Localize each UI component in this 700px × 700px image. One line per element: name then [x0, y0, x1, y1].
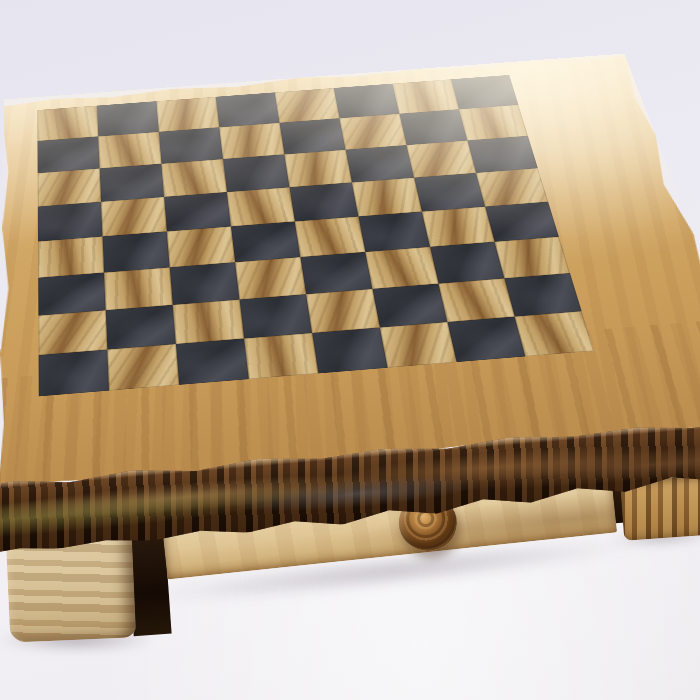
square-h3[interactable] [495, 237, 570, 279]
square-c1[interactable] [176, 338, 249, 384]
square-c5[interactable] [164, 192, 231, 231]
square-c8[interactable] [156, 97, 219, 132]
square-f8[interactable] [334, 84, 400, 119]
square-f7[interactable] [340, 114, 407, 150]
square-g5[interactable] [414, 173, 485, 212]
square-g8[interactable] [392, 79, 459, 114]
square-c3[interactable] [170, 262, 240, 305]
square-f4[interactable] [358, 212, 430, 252]
square-a2[interactable] [38, 310, 107, 355]
square-a3[interactable] [38, 273, 105, 316]
square-b8[interactable] [97, 101, 159, 136]
square-d3[interactable] [235, 257, 306, 299]
square-a6[interactable] [38, 168, 101, 206]
square-h2[interactable] [504, 273, 581, 316]
square-a5[interactable] [38, 202, 103, 242]
square-e6[interactable] [284, 150, 351, 188]
square-b2[interactable] [106, 305, 176, 350]
square-e2[interactable] [306, 289, 380, 333]
square-h1[interactable] [515, 311, 594, 356]
square-d5[interactable] [227, 187, 295, 226]
square-g3[interactable] [430, 242, 504, 284]
square-b6[interactable] [100, 164, 164, 202]
square-f5[interactable] [352, 178, 422, 217]
square-h6[interactable] [467, 136, 537, 173]
square-g1[interactable] [447, 317, 525, 363]
square-a7[interactable] [37, 136, 99, 173]
square-d6[interactable] [223, 154, 289, 192]
square-g4[interactable] [422, 207, 495, 247]
square-a1[interactable] [39, 350, 110, 397]
square-c7[interactable] [159, 127, 223, 163]
photo-scene [0, 0, 700, 700]
square-f3[interactable] [365, 247, 438, 289]
square-c6[interactable] [161, 159, 226, 197]
square-d8[interactable] [216, 92, 280, 127]
square-h7[interactable] [459, 105, 528, 141]
square-a4[interactable] [38, 236, 104, 277]
square-b7[interactable] [98, 132, 161, 169]
square-d1[interactable] [244, 333, 318, 379]
square-a8[interactable] [37, 106, 98, 141]
square-c2[interactable] [173, 300, 244, 344]
square-e8[interactable] [275, 88, 340, 123]
square-d2[interactable] [240, 294, 313, 338]
square-e5[interactable] [289, 182, 358, 221]
square-e4[interactable] [295, 216, 365, 257]
square-e7[interactable] [279, 118, 345, 154]
square-e1[interactable] [312, 327, 388, 373]
square-b1[interactable] [107, 344, 179, 391]
square-g6[interactable] [407, 140, 476, 177]
chess-board-top [0, 54, 700, 490]
square-d4[interactable] [231, 221, 300, 262]
square-f6[interactable] [346, 145, 414, 182]
square-b3[interactable] [104, 267, 173, 310]
square-e3[interactable] [300, 252, 372, 294]
square-f1[interactable] [380, 322, 457, 368]
square-f2[interactable] [372, 284, 447, 328]
square-g2[interactable] [439, 278, 515, 322]
square-b5[interactable] [101, 197, 167, 237]
square-h5[interactable] [476, 168, 548, 206]
square-b4[interactable] [103, 231, 170, 272]
square-d7[interactable] [219, 123, 284, 159]
square-c4[interactable] [167, 226, 235, 267]
chessboard-grid [37, 75, 594, 396]
front-left-leg [6, 532, 136, 642]
square-g7[interactable] [399, 109, 467, 145]
square-h8[interactable] [451, 75, 519, 109]
square-h4[interactable] [485, 202, 559, 242]
